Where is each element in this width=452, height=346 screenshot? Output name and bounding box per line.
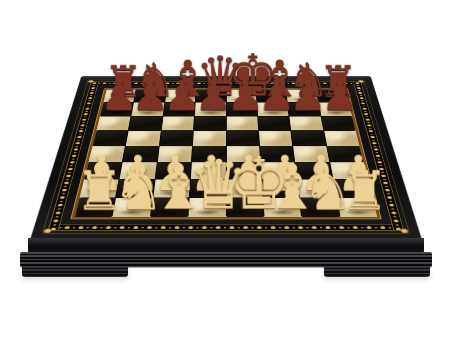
- piece-dark-king: ♚: [226, 49, 256, 102]
- piece-shadow: [104, 111, 127, 115]
- piece-shadow: [195, 190, 221, 195]
- square-a4: [89, 146, 126, 162]
- square-c2: ♟: [153, 180, 190, 198]
- square-a3: [84, 162, 122, 179]
- square-g2: ♟: [298, 180, 336, 198]
- square-d8: ♛: [196, 90, 226, 103]
- square-g4: [293, 146, 329, 162]
- square-e7: ♟: [226, 103, 257, 116]
- square-e2: ♟: [226, 180, 262, 198]
- square-c3: [155, 162, 191, 179]
- piece-shadow: [169, 98, 191, 102]
- square-c1: ♝: [151, 198, 189, 217]
- square-h4: [327, 146, 364, 162]
- square-b3: [120, 162, 157, 179]
- piece-shadow: [108, 98, 131, 102]
- square-h1: ♜: [337, 198, 378, 217]
- piece-shadow: [121, 190, 148, 195]
- square-e1: ♚: [226, 198, 263, 217]
- square-e5: [226, 131, 259, 146]
- piece-shadow: [269, 210, 297, 216]
- square-a1: ♜: [75, 198, 116, 217]
- square-h3: [330, 162, 368, 179]
- square-b2: ♟: [116, 180, 154, 198]
- square-c7: ♟: [163, 103, 195, 116]
- square-g3: [295, 162, 332, 179]
- board-front-edge: [28, 238, 424, 253]
- piece-shadow: [344, 210, 372, 216]
- piece-shadow: [199, 111, 222, 115]
- square-b8: ♞: [134, 90, 166, 103]
- square-h5: [324, 131, 359, 146]
- square-f1: ♝: [263, 198, 301, 217]
- piece-shadow: [167, 111, 190, 115]
- piece-shadow: [158, 190, 185, 195]
- board-foot-right: [324, 266, 430, 277]
- square-d3: [191, 162, 226, 179]
- piece-shadow: [138, 98, 161, 102]
- square-d4: [192, 146, 226, 162]
- board-foot-left: [22, 266, 128, 277]
- piece-shadow: [230, 98, 252, 102]
- piece-shadow: [156, 210, 184, 216]
- piece-shadow: [80, 210, 108, 216]
- square-c5: [160, 131, 194, 146]
- ornament-border-top: [91, 81, 362, 85]
- square-g7: ♟: [288, 103, 320, 116]
- square-f2: ♟: [262, 180, 299, 198]
- piece-shadow: [321, 98, 344, 102]
- square-a2: ♟: [80, 180, 119, 198]
- square-e3: [226, 162, 261, 179]
- square-h2: ♟: [333, 180, 372, 198]
- square-d2: ♟: [190, 180, 226, 198]
- square-a8: ♜: [104, 90, 136, 103]
- piece-shadow: [261, 98, 283, 102]
- piece-shadow: [231, 190, 257, 195]
- square-c4: [158, 146, 193, 162]
- square-a6: [97, 116, 131, 130]
- square-b1: ♞: [113, 198, 152, 217]
- square-g8: ♞: [286, 90, 318, 103]
- chess-board-wrap: ♜♞♝♛♚♝♞♜♟♟♟♟♟♟♟♟♟♟♟♟♟♟♟♟♜♞♝♛♚♝♞♜: [30, 0, 422, 240]
- square-e8: ♚: [226, 90, 256, 103]
- chess-board: ♜♞♝♛♚♝♞♜♟♟♟♟♟♟♟♟♟♟♟♟♟♟♟♟♜♞♝♛♚♝♞♜: [30, 76, 422, 240]
- square-h8: ♜: [316, 90, 348, 103]
- ornament-corner-rosette: [358, 80, 365, 83]
- square-b7: ♟: [132, 103, 164, 116]
- square-g6: [290, 116, 323, 130]
- piece-shadow: [293, 111, 316, 115]
- square-e6: [226, 116, 258, 130]
- square-f3: [261, 162, 297, 179]
- square-f4: [260, 146, 295, 162]
- piece-shadow: [306, 210, 334, 216]
- square-a5: [93, 131, 128, 146]
- piece-shadow: [291, 98, 314, 102]
- square-a7: ♟: [100, 103, 133, 116]
- square-g1: ♞: [300, 198, 339, 217]
- piece-shadow: [340, 190, 367, 195]
- piece-dark-bishop: ♝: [257, 56, 287, 102]
- square-d1: ♛: [189, 198, 226, 217]
- square-d5: [193, 131, 226, 146]
- piece-shadow: [200, 98, 222, 102]
- piece-shadow: [304, 190, 331, 195]
- square-c6: [161, 116, 194, 130]
- square-h6: [321, 116, 355, 130]
- square-b4: [123, 146, 159, 162]
- square-f5: [259, 131, 293, 146]
- square-g5: [291, 131, 325, 146]
- product-photo-stage: ♜♞♝♛♚♝♞♜♟♟♟♟♟♟♟♟♟♟♟♟♟♟♟♟♜♞♝♛♚♝♞♜: [0, 0, 452, 346]
- square-e4: [226, 146, 260, 162]
- square-h7: ♟: [319, 103, 352, 116]
- square-f8: ♝: [256, 90, 287, 103]
- piece-shadow: [267, 190, 294, 195]
- piece-shadow: [85, 190, 112, 195]
- piece-shadow: [136, 111, 159, 115]
- square-f7: ♟: [257, 103, 289, 116]
- piece-shadow: [230, 111, 253, 115]
- square-d7: ♟: [195, 103, 226, 116]
- square-b5: [126, 131, 160, 146]
- piece-dark-bishop: ♝: [165, 56, 195, 102]
- chess-squares-grid: ♜♞♝♛♚♝♞♜♟♟♟♟♟♟♟♟♟♟♟♟♟♟♟♟♜♞♝♛♚♝♞♜: [71, 89, 380, 219]
- board-base-molding: [20, 252, 432, 267]
- piece-shadow: [118, 210, 146, 216]
- square-d6: [194, 116, 226, 130]
- piece-shadow: [262, 111, 285, 115]
- piece-dark-queen: ♛: [196, 52, 226, 102]
- piece-shadow: [324, 111, 347, 115]
- square-b6: [129, 116, 162, 130]
- ornament-corner-rosette: [400, 229, 409, 234]
- square-c8: ♝: [165, 90, 196, 103]
- square-f6: [258, 116, 291, 130]
- piece-shadow: [193, 210, 220, 216]
- piece-shadow: [231, 210, 258, 216]
